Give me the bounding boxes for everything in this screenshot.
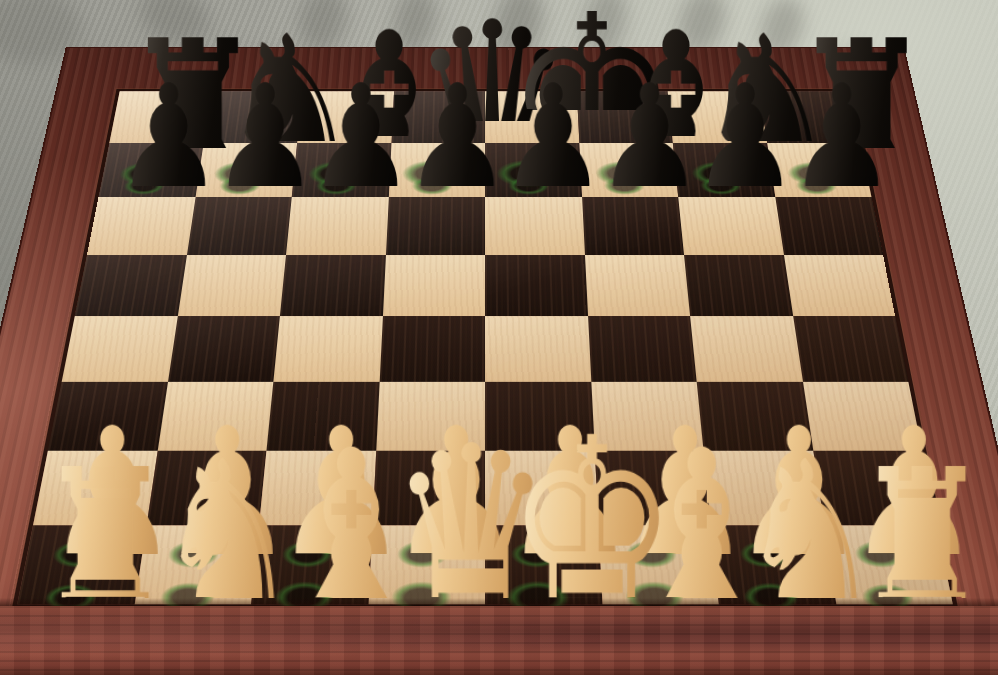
square-g1[interactable]: ♞ (711, 525, 836, 604)
board-frame: ♜♞♝♛♚♝♞♜♟♟♟♟♟♟♟♟♟♟♟♟♟♟♟♟♜♞♝♛♚♝♞♜ (0, 47, 998, 675)
square-c5[interactable] (280, 255, 386, 316)
piece-white-bishop[interactable]: ♝ (602, 376, 719, 598)
square-c7[interactable]: ♟ (292, 143, 391, 197)
square-d7[interactable]: ♟ (388, 143, 485, 197)
piece-black-pawn[interactable]: ♟ (677, 34, 773, 186)
square-d5[interactable] (382, 255, 485, 316)
square-a1[interactable]: ♜ (17, 525, 146, 604)
square-c1[interactable]: ♝ (251, 525, 372, 604)
board-grid: ♜♞♝♛♚♝♞♜♟♟♟♟♟♟♟♟♟♟♟♟♟♟♟♟♜♞♝♛♚♝♞♜ (17, 91, 952, 604)
square-b7[interactable]: ♟ (195, 143, 297, 197)
piece-black-pawn[interactable]: ♟ (389, 34, 485, 186)
square-f7[interactable]: ♟ (579, 143, 678, 197)
piece-white-bishop[interactable]: ♝ (252, 376, 369, 598)
square-g5[interactable] (684, 255, 793, 316)
piece-white-knight[interactable]: ♞ (135, 393, 252, 598)
piece-black-pawn[interactable]: ♟ (101, 34, 197, 186)
piece-white-knight[interactable]: ♞ (718, 393, 835, 598)
square-e7[interactable]: ♟ (485, 143, 582, 197)
square-c6[interactable] (286, 197, 388, 255)
square-e6[interactable] (485, 197, 585, 255)
piece-black-pawn[interactable]: ♟ (197, 34, 293, 186)
piece-white-rook[interactable]: ♜ (835, 404, 952, 597)
piece-white-queen[interactable]: ♛ (368, 370, 485, 598)
scene-3d: ♜♞♝♛♚♝♞♜♟♟♟♟♟♟♟♟♟♟♟♟♟♟♟♟♜♞♝♛♚♝♞♜ (0, 0, 998, 675)
square-g6[interactable] (678, 197, 783, 255)
frame-front-face (0, 606, 998, 675)
square-a6[interactable] (87, 197, 195, 255)
square-b5[interactable] (177, 255, 286, 316)
piece-black-pawn[interactable]: ♟ (581, 34, 677, 186)
square-e5[interactable] (485, 255, 588, 316)
square-f1[interactable]: ♝ (598, 525, 719, 604)
square-h6[interactable] (775, 197, 883, 255)
piece-white-king[interactable]: ♚ (485, 359, 602, 598)
square-h5[interactable] (784, 255, 896, 316)
piece-white-rook[interactable]: ♜ (19, 404, 136, 597)
piece-black-pawn[interactable]: ♟ (293, 34, 389, 186)
square-a7[interactable]: ♟ (99, 143, 204, 197)
square-b6[interactable] (186, 197, 291, 255)
square-g7[interactable]: ♟ (673, 143, 775, 197)
square-d1[interactable]: ♛ (368, 525, 485, 604)
piece-black-pawn[interactable]: ♟ (773, 34, 869, 186)
square-b1[interactable]: ♞ (134, 525, 259, 604)
square-f5[interactable] (585, 255, 691, 316)
square-e1[interactable]: ♚ (485, 525, 602, 604)
piece-black-pawn[interactable]: ♟ (485, 34, 581, 186)
square-f6[interactable] (582, 197, 684, 255)
square-a5[interactable] (75, 255, 187, 316)
square-d6[interactable] (385, 197, 485, 255)
square-h7[interactable]: ♟ (767, 143, 872, 197)
square-h1[interactable]: ♜ (824, 525, 953, 604)
chess-photo-scene: ♜♞♝♛♚♝♞♜♟♟♟♟♟♟♟♟♟♟♟♟♟♟♟♟♜♞♝♛♚♝♞♜ (0, 0, 998, 675)
